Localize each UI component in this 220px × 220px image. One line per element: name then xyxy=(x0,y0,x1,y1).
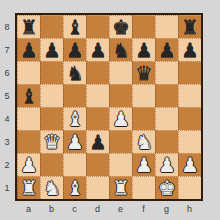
black-king[interactable]: ♚ xyxy=(110,16,132,38)
black-pawn[interactable]: ♟ xyxy=(18,39,40,61)
rank-labels: 87654321 xyxy=(0,15,14,199)
square-b3[interactable]: ♛ xyxy=(40,130,63,153)
white-pawn[interactable]: ♟ xyxy=(64,131,86,153)
square-d3[interactable]: ♟ xyxy=(86,130,109,153)
square-c6[interactable]: ♞ xyxy=(63,61,86,84)
square-h1[interactable] xyxy=(178,176,201,199)
black-knight[interactable]: ♞ xyxy=(64,62,86,84)
rank-label-1: 1 xyxy=(0,176,14,199)
black-pawn[interactable]: ♟ xyxy=(87,39,109,61)
white-pawn[interactable]: ♟ xyxy=(179,154,201,176)
chess-diagram: 87654321 ♜♝♚♜♟♟♟♟♞♟♟♟♞♛♝♝♟♛♟♟♞♟♟♟♟♜♞♝♜♚ … xyxy=(0,0,220,220)
square-e6[interactable] xyxy=(109,61,132,84)
square-g4[interactable] xyxy=(155,107,178,130)
black-rook[interactable]: ♜ xyxy=(179,16,201,38)
black-pawn[interactable]: ♟ xyxy=(41,39,63,61)
square-b8[interactable] xyxy=(40,15,63,38)
square-h7[interactable]: ♟ xyxy=(178,38,201,61)
black-pawn[interactable]: ♟ xyxy=(87,131,109,153)
white-bishop[interactable]: ♝ xyxy=(64,108,86,130)
square-a7[interactable]: ♟ xyxy=(17,38,40,61)
rank-label-2: 2 xyxy=(0,153,14,176)
white-rook[interactable]: ♜ xyxy=(18,177,40,199)
square-h3[interactable] xyxy=(178,130,201,153)
square-f7[interactable]: ♟ xyxy=(132,38,155,61)
square-e4[interactable]: ♟ xyxy=(109,107,132,130)
black-rook[interactable]: ♜ xyxy=(18,16,40,38)
square-a8[interactable]: ♜ xyxy=(17,15,40,38)
white-pawn[interactable]: ♟ xyxy=(110,108,132,130)
white-bishop[interactable]: ♝ xyxy=(64,177,86,199)
square-g1[interactable]: ♚ xyxy=(155,176,178,199)
square-e3[interactable] xyxy=(109,130,132,153)
square-f6[interactable]: ♛ xyxy=(132,61,155,84)
white-king[interactable]: ♚ xyxy=(156,177,178,199)
board-frame: ♜♝♚♜♟♟♟♟♞♟♟♟♞♛♝♝♟♛♟♟♞♟♟♟♟♜♞♝♜♚ xyxy=(15,13,203,201)
file-label-e: e xyxy=(109,202,132,216)
rank-label-6: 6 xyxy=(0,61,14,84)
file-label-a: a xyxy=(17,202,40,216)
rank-label-8: 8 xyxy=(0,15,14,38)
square-d6[interactable] xyxy=(86,61,109,84)
black-pawn[interactable]: ♟ xyxy=(64,39,86,61)
square-b1[interactable]: ♞ xyxy=(40,176,63,199)
square-a6[interactable] xyxy=(17,61,40,84)
black-knight[interactable]: ♞ xyxy=(110,39,132,61)
square-b4[interactable] xyxy=(40,107,63,130)
square-e7[interactable]: ♞ xyxy=(109,38,132,61)
white-pawn[interactable]: ♟ xyxy=(133,154,155,176)
square-h6[interactable] xyxy=(178,61,201,84)
square-g6[interactable] xyxy=(155,61,178,84)
white-queen[interactable]: ♛ xyxy=(41,131,63,153)
square-f8[interactable] xyxy=(132,15,155,38)
black-bishop[interactable]: ♝ xyxy=(64,16,86,38)
square-h8[interactable]: ♜ xyxy=(178,15,201,38)
square-d1[interactable] xyxy=(86,176,109,199)
square-b5[interactable] xyxy=(40,84,63,107)
square-d5[interactable] xyxy=(86,84,109,107)
square-g5[interactable] xyxy=(155,84,178,107)
square-h4[interactable] xyxy=(178,107,201,130)
square-c8[interactable]: ♝ xyxy=(63,15,86,38)
square-g3[interactable] xyxy=(155,130,178,153)
square-h2[interactable]: ♟ xyxy=(178,153,201,176)
square-a2[interactable]: ♟ xyxy=(17,153,40,176)
square-f1[interactable] xyxy=(132,176,155,199)
file-label-f: f xyxy=(132,202,155,216)
square-c2[interactable] xyxy=(63,153,86,176)
square-c3[interactable]: ♟ xyxy=(63,130,86,153)
black-queen[interactable]: ♛ xyxy=(133,62,155,84)
square-e8[interactable]: ♚ xyxy=(109,15,132,38)
square-a5[interactable]: ♝ xyxy=(17,84,40,107)
square-c7[interactable]: ♟ xyxy=(63,38,86,61)
square-c1[interactable]: ♝ xyxy=(63,176,86,199)
white-pawn[interactable]: ♟ xyxy=(18,154,40,176)
black-pawn[interactable]: ♟ xyxy=(133,39,155,61)
white-knight[interactable]: ♞ xyxy=(41,177,63,199)
rank-label-3: 3 xyxy=(0,130,14,153)
square-a1[interactable]: ♜ xyxy=(17,176,40,199)
square-e2[interactable] xyxy=(109,153,132,176)
square-e5[interactable] xyxy=(109,84,132,107)
square-e1[interactable]: ♜ xyxy=(109,176,132,199)
square-b6[interactable] xyxy=(40,61,63,84)
square-b2[interactable] xyxy=(40,153,63,176)
black-pawn[interactable]: ♟ xyxy=(156,39,178,61)
file-label-d: d xyxy=(86,202,109,216)
square-g8[interactable] xyxy=(155,15,178,38)
square-b7[interactable]: ♟ xyxy=(40,38,63,61)
square-a4[interactable] xyxy=(17,107,40,130)
square-g2[interactable]: ♟ xyxy=(155,153,178,176)
square-f4[interactable] xyxy=(132,107,155,130)
square-c4[interactable]: ♝ xyxy=(63,107,86,130)
file-label-h: h xyxy=(178,202,201,216)
rank-label-4: 4 xyxy=(0,107,14,130)
black-bishop[interactable]: ♝ xyxy=(18,85,40,107)
rank-label-7: 7 xyxy=(0,38,14,61)
rank-label-5: 5 xyxy=(0,84,14,107)
white-pawn[interactable]: ♟ xyxy=(156,154,178,176)
square-a3[interactable] xyxy=(17,130,40,153)
square-d4[interactable] xyxy=(86,107,109,130)
file-label-g: g xyxy=(155,202,178,216)
square-h5[interactable] xyxy=(178,84,201,107)
file-labels: abcdefgh xyxy=(17,202,201,216)
black-pawn[interactable]: ♟ xyxy=(179,39,201,61)
square-d7[interactable]: ♟ xyxy=(86,38,109,61)
square-f5[interactable] xyxy=(132,84,155,107)
file-label-b: b xyxy=(40,202,63,216)
square-c5[interactable] xyxy=(63,84,86,107)
white-rook[interactable]: ♜ xyxy=(110,177,132,199)
square-f3[interactable]: ♞ xyxy=(132,130,155,153)
white-knight[interactable]: ♞ xyxy=(133,131,155,153)
file-label-c: c xyxy=(63,202,86,216)
square-f2[interactable]: ♟ xyxy=(132,153,155,176)
square-d2[interactable] xyxy=(86,153,109,176)
square-g7[interactable]: ♟ xyxy=(155,38,178,61)
board[interactable]: ♜♝♚♜♟♟♟♟♞♟♟♟♞♛♝♝♟♛♟♟♞♟♟♟♟♜♞♝♜♚ xyxy=(17,15,201,199)
square-d8[interactable] xyxy=(86,15,109,38)
